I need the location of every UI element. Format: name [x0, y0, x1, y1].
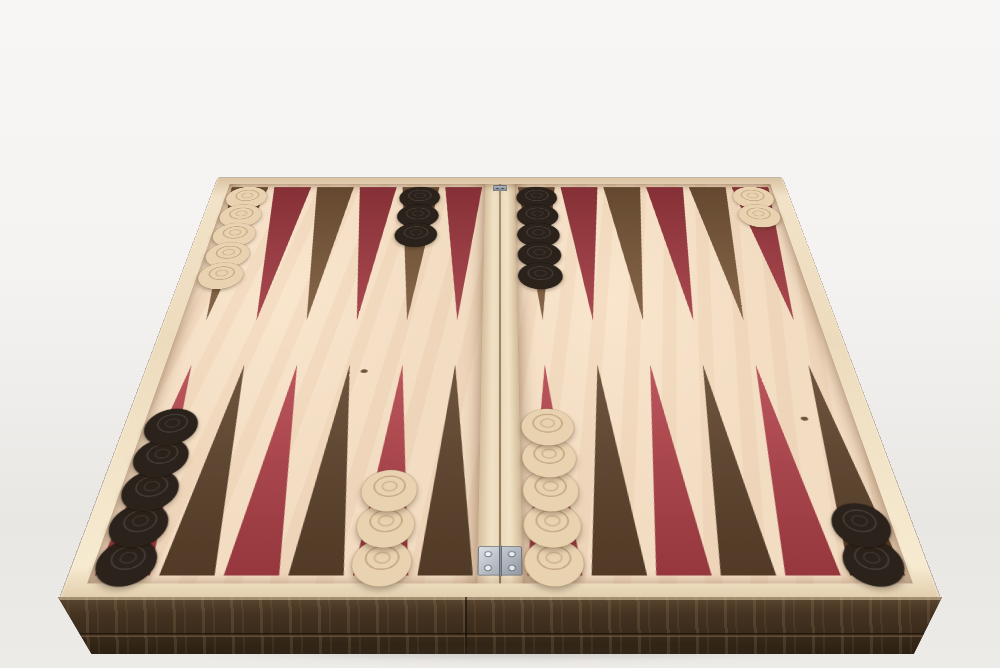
left-half-bottom-points: ●●●●●●●● [87, 342, 482, 583]
dark-checker[interactable]: ● [141, 407, 203, 439]
board-left-half: ●●●●●●●● ●●●●●●●● [87, 184, 485, 584]
box-front-edge [58, 597, 942, 654]
checker-stack-point-8: ●●● [351, 471, 418, 579]
checker-stack-point-19: ●●●●● [517, 186, 563, 283]
wood-knot [800, 416, 809, 420]
board-tilt: ●●●●●●●● ●●●●●●●● ●●●●●●● ●●●●●●● [60, 178, 940, 598]
right-half-bottom-points: ●●●●●●● [518, 342, 913, 583]
dark-checker[interactable]: ● [394, 222, 437, 243]
left-half-top-points: ●●●●●●●● [173, 184, 485, 342]
checker-stack-point-6: ●●●●● [522, 410, 585, 579]
checker-stack-point-24: ●● [730, 186, 782, 222]
light-checker[interactable]: ● [360, 468, 418, 504]
point-18-triangle [436, 187, 482, 320]
right-half-top-points: ●●●●●●● [515, 184, 827, 342]
bottom-hinge-icon [477, 546, 522, 575]
fold-seam [499, 184, 501, 584]
light-checker[interactable]: ● [735, 204, 782, 224]
light-checker[interactable]: ● [522, 407, 575, 439]
backgammon-board: ●●●●●●●● ●●●●●●●● ●●●●●●● ●●●●●●● [60, 178, 940, 598]
light-checker[interactable]: ● [196, 262, 247, 285]
board-right-half: ●●●●●●● ●●●●●●● [515, 184, 913, 584]
photo-scene: ●●●●●●●● ●●●●●●●● ●●●●●●● ●●●●●●● [0, 0, 1000, 668]
front-edge-groove [76, 633, 925, 637]
top-hinge-icon [493, 185, 507, 191]
front-edge-fold-seam [465, 597, 467, 654]
floor-shadow [92, 650, 920, 665]
front-edge-highlight [58, 597, 942, 600]
checker-stack-point-17: ●●● [394, 186, 440, 241]
dark-checker[interactable]: ● [518, 262, 562, 285]
point-7-triangle [417, 364, 478, 575]
dark-checker[interactable]: ● [826, 502, 895, 541]
